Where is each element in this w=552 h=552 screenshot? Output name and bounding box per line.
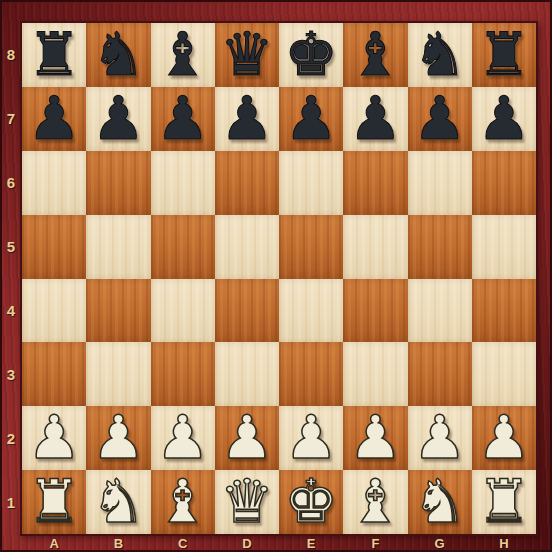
- square-b2[interactable]: ♟: [86, 406, 150, 470]
- square-c4[interactable]: [151, 279, 215, 343]
- square-h5[interactable]: [472, 215, 536, 279]
- square-g3[interactable]: [408, 342, 472, 406]
- square-b7[interactable]: ♟: [86, 87, 150, 151]
- piece-white-pawn[interactable]: ♟: [413, 407, 467, 467]
- square-h2[interactable]: ♟: [472, 406, 536, 470]
- piece-white-rook[interactable]: ♜: [27, 471, 81, 531]
- square-f4[interactable]: [343, 279, 407, 343]
- piece-black-knight[interactable]: ♞: [413, 24, 467, 84]
- square-e6[interactable]: [279, 151, 343, 215]
- square-c2[interactable]: ♟: [151, 406, 215, 470]
- square-d8[interactable]: ♛: [215, 23, 279, 87]
- square-e7[interactable]: ♟: [279, 87, 343, 151]
- square-a6[interactable]: [22, 151, 86, 215]
- file-label-a: A: [22, 535, 86, 552]
- piece-black-pawn[interactable]: ♟: [220, 88, 274, 148]
- piece-black-pawn[interactable]: ♟: [156, 88, 210, 148]
- square-h8[interactable]: ♜: [472, 23, 536, 87]
- square-g2[interactable]: ♟: [408, 406, 472, 470]
- square-c3[interactable]: [151, 342, 215, 406]
- piece-black-queen[interactable]: ♛: [220, 24, 274, 84]
- piece-white-king[interactable]: ♚: [284, 471, 338, 531]
- square-b6[interactable]: [86, 151, 150, 215]
- piece-white-pawn[interactable]: ♟: [477, 407, 531, 467]
- square-f6[interactable]: [343, 151, 407, 215]
- piece-black-pawn[interactable]: ♟: [284, 88, 338, 148]
- square-c5[interactable]: [151, 215, 215, 279]
- square-e5[interactable]: [279, 215, 343, 279]
- square-e2[interactable]: ♟: [279, 406, 343, 470]
- square-f8[interactable]: ♝: [343, 23, 407, 87]
- square-d5[interactable]: [215, 215, 279, 279]
- rank-label-7: 7: [2, 87, 20, 151]
- file-label-g: G: [408, 535, 472, 552]
- square-b5[interactable]: [86, 215, 150, 279]
- piece-white-bishop[interactable]: ♝: [348, 471, 402, 531]
- piece-black-pawn[interactable]: ♟: [348, 88, 402, 148]
- square-f2[interactable]: ♟: [343, 406, 407, 470]
- square-a3[interactable]: [22, 342, 86, 406]
- square-g1[interactable]: ♞: [408, 470, 472, 534]
- square-c8[interactable]: ♝: [151, 23, 215, 87]
- file-label-b: B: [86, 535, 150, 552]
- piece-black-rook[interactable]: ♜: [477, 24, 531, 84]
- rank-label-8: 8: [2, 23, 20, 87]
- square-h1[interactable]: ♜: [472, 470, 536, 534]
- square-h7[interactable]: ♟: [472, 87, 536, 151]
- piece-white-pawn[interactable]: ♟: [156, 407, 210, 467]
- square-f1[interactable]: ♝: [343, 470, 407, 534]
- square-g7[interactable]: ♟: [408, 87, 472, 151]
- square-d3[interactable]: [215, 342, 279, 406]
- square-b1[interactable]: ♞: [86, 470, 150, 534]
- chess-board: ♜♞♝♛♚♝♞♜♟♟♟♟♟♟♟♟♟♟♟♟♟♟♟♟♜♞♝♛♚♝♞♜: [20, 21, 538, 536]
- square-e1[interactable]: ♚: [279, 470, 343, 534]
- square-a2[interactable]: ♟: [22, 406, 86, 470]
- square-g5[interactable]: [408, 215, 472, 279]
- piece-white-pawn[interactable]: ♟: [348, 407, 402, 467]
- piece-black-pawn[interactable]: ♟: [477, 88, 531, 148]
- square-f3[interactable]: [343, 342, 407, 406]
- square-c1[interactable]: ♝: [151, 470, 215, 534]
- square-a5[interactable]: [22, 215, 86, 279]
- square-d6[interactable]: [215, 151, 279, 215]
- square-a1[interactable]: ♜: [22, 470, 86, 534]
- square-c6[interactable]: [151, 151, 215, 215]
- square-a7[interactable]: ♟: [22, 87, 86, 151]
- rank-label-4: 4: [2, 279, 20, 343]
- square-g4[interactable]: [408, 279, 472, 343]
- piece-white-knight[interactable]: ♞: [91, 471, 145, 531]
- piece-white-pawn[interactable]: ♟: [27, 407, 81, 467]
- piece-black-pawn[interactable]: ♟: [91, 88, 145, 148]
- square-a4[interactable]: [22, 279, 86, 343]
- square-f5[interactable]: [343, 215, 407, 279]
- file-label-c: C: [151, 535, 215, 552]
- piece-black-pawn[interactable]: ♟: [413, 88, 467, 148]
- square-g6[interactable]: [408, 151, 472, 215]
- piece-black-bishop[interactable]: ♝: [156, 24, 210, 84]
- file-label-e: E: [279, 535, 343, 552]
- piece-black-knight[interactable]: ♞: [91, 24, 145, 84]
- square-h6[interactable]: [472, 151, 536, 215]
- piece-black-pawn[interactable]: ♟: [27, 88, 81, 148]
- square-b4[interactable]: [86, 279, 150, 343]
- square-d4[interactable]: [215, 279, 279, 343]
- rank-label-1: 1: [2, 470, 20, 534]
- file-label-h: H: [472, 535, 536, 552]
- piece-black-bishop[interactable]: ♝: [348, 24, 402, 84]
- square-b8[interactable]: ♞: [86, 23, 150, 87]
- piece-white-pawn[interactable]: ♟: [284, 407, 338, 467]
- board-frame: ♜♞♝♛♚♝♞♜♟♟♟♟♟♟♟♟♟♟♟♟♟♟♟♟♜♞♝♛♚♝♞♜ 8765432…: [0, 0, 552, 552]
- square-e3[interactable]: [279, 342, 343, 406]
- square-g8[interactable]: ♞: [408, 23, 472, 87]
- square-e4[interactable]: [279, 279, 343, 343]
- piece-black-king[interactable]: ♚: [284, 24, 338, 84]
- rank-label-6: 6: [2, 151, 20, 215]
- square-d1[interactable]: ♛: [215, 470, 279, 534]
- square-e8[interactable]: ♚: [279, 23, 343, 87]
- square-a8[interactable]: ♜: [22, 23, 86, 87]
- square-f7[interactable]: ♟: [343, 87, 407, 151]
- piece-white-bishop[interactable]: ♝: [156, 471, 210, 531]
- rank-label-3: 3: [2, 342, 20, 406]
- file-label-f: F: [343, 535, 407, 552]
- square-d2[interactable]: ♟: [215, 406, 279, 470]
- rank-label-2: 2: [2, 406, 20, 470]
- square-b3[interactable]: [86, 342, 150, 406]
- rank-label-5: 5: [2, 215, 20, 279]
- square-d7[interactable]: ♟: [215, 87, 279, 151]
- square-h4[interactable]: [472, 279, 536, 343]
- piece-white-pawn[interactable]: ♟: [91, 407, 145, 467]
- piece-white-rook[interactable]: ♜: [477, 471, 531, 531]
- square-h3[interactable]: [472, 342, 536, 406]
- piece-black-rook[interactable]: ♜: [27, 24, 81, 84]
- piece-white-queen[interactable]: ♛: [220, 471, 274, 531]
- square-c7[interactable]: ♟: [151, 87, 215, 151]
- piece-white-pawn[interactable]: ♟: [220, 407, 274, 467]
- piece-white-knight[interactable]: ♞: [413, 471, 467, 531]
- file-label-d: D: [215, 535, 279, 552]
